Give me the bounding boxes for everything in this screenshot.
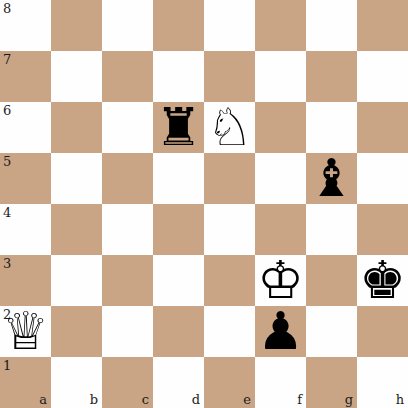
file-label-b: b xyxy=(90,393,98,406)
rank-label-1: 1 xyxy=(3,359,11,372)
square-f8[interactable] xyxy=(255,0,306,51)
chess-board: 876♜♘5♝43♔♚2♕♟1abcdefgh xyxy=(0,0,408,408)
square-g7[interactable] xyxy=(306,51,357,102)
square-d2[interactable] xyxy=(153,306,204,357)
square-a1[interactable]: 1a xyxy=(0,357,51,408)
square-e8[interactable] xyxy=(204,0,255,51)
rank-label-4: 4 xyxy=(3,206,11,219)
square-c5[interactable] xyxy=(102,153,153,204)
square-h3[interactable]: ♚ xyxy=(357,255,408,306)
square-d5[interactable] xyxy=(153,153,204,204)
square-b5[interactable] xyxy=(51,153,102,204)
square-f7[interactable] xyxy=(255,51,306,102)
square-e4[interactable] xyxy=(204,204,255,255)
square-d4[interactable] xyxy=(153,204,204,255)
square-h6[interactable] xyxy=(357,102,408,153)
rank-label-8: 8 xyxy=(3,2,11,15)
square-b6[interactable] xyxy=(51,102,102,153)
square-f2[interactable]: ♟ xyxy=(255,306,306,357)
square-g5[interactable]: ♝ xyxy=(306,153,357,204)
piece-white-knight-e6[interactable]: ♘ xyxy=(204,102,255,153)
square-c3[interactable] xyxy=(102,255,153,306)
square-e5[interactable] xyxy=(204,153,255,204)
piece-white-queen-a2[interactable]: ♕ xyxy=(0,306,51,357)
square-f3[interactable]: ♔ xyxy=(255,255,306,306)
square-a4[interactable]: 4 xyxy=(0,204,51,255)
square-d3[interactable] xyxy=(153,255,204,306)
square-c7[interactable] xyxy=(102,51,153,102)
rank-label-5: 5 xyxy=(3,155,11,168)
square-g2[interactable] xyxy=(306,306,357,357)
square-d8[interactable] xyxy=(153,0,204,51)
file-label-d: d xyxy=(192,393,200,406)
square-a6[interactable]: 6 xyxy=(0,102,51,153)
square-h8[interactable] xyxy=(357,0,408,51)
square-c2[interactable] xyxy=(102,306,153,357)
square-f5[interactable] xyxy=(255,153,306,204)
square-a7[interactable]: 7 xyxy=(0,51,51,102)
square-c1[interactable]: c xyxy=(102,357,153,408)
rank-label-3: 3 xyxy=(3,257,11,270)
piece-black-king-h3[interactable]: ♚ xyxy=(357,255,408,306)
square-e2[interactable] xyxy=(204,306,255,357)
square-d7[interactable] xyxy=(153,51,204,102)
square-a3[interactable]: 3 xyxy=(0,255,51,306)
square-b1[interactable]: b xyxy=(51,357,102,408)
square-h5[interactable] xyxy=(357,153,408,204)
piece-black-pawn-f2[interactable]: ♟ xyxy=(255,306,306,357)
square-d6[interactable]: ♜ xyxy=(153,102,204,153)
file-label-g: g xyxy=(345,393,353,406)
square-c8[interactable] xyxy=(102,0,153,51)
square-b4[interactable] xyxy=(51,204,102,255)
chess-diagram: 876♜♘5♝43♔♚2♕♟1abcdefgh xyxy=(0,0,408,408)
square-c6[interactable] xyxy=(102,102,153,153)
rank-label-6: 6 xyxy=(3,104,11,117)
square-a2[interactable]: 2♕ xyxy=(0,306,51,357)
square-e3[interactable] xyxy=(204,255,255,306)
file-label-a: a xyxy=(39,393,47,406)
file-label-c: c xyxy=(142,393,149,406)
square-e6[interactable]: ♘ xyxy=(204,102,255,153)
square-g8[interactable] xyxy=(306,0,357,51)
square-g3[interactable] xyxy=(306,255,357,306)
square-d1[interactable]: d xyxy=(153,357,204,408)
square-h7[interactable] xyxy=(357,51,408,102)
file-label-e: e xyxy=(243,393,251,406)
square-f1[interactable]: f xyxy=(255,357,306,408)
file-label-h: h xyxy=(396,393,404,406)
square-b2[interactable] xyxy=(51,306,102,357)
square-e7[interactable] xyxy=(204,51,255,102)
square-g1[interactable]: g xyxy=(306,357,357,408)
square-b3[interactable] xyxy=(51,255,102,306)
square-a8[interactable]: 8 xyxy=(0,0,51,51)
file-label-f: f xyxy=(297,393,302,406)
piece-black-bishop-g5[interactable]: ♝ xyxy=(306,153,357,204)
square-b7[interactable] xyxy=(51,51,102,102)
square-g6[interactable] xyxy=(306,102,357,153)
rank-label-7: 7 xyxy=(3,53,11,66)
square-h4[interactable] xyxy=(357,204,408,255)
square-b8[interactable] xyxy=(51,0,102,51)
square-h1[interactable]: h xyxy=(357,357,408,408)
square-e1[interactable]: e xyxy=(204,357,255,408)
piece-black-rook-d6[interactable]: ♜ xyxy=(153,102,204,153)
square-f4[interactable] xyxy=(255,204,306,255)
square-h2[interactable] xyxy=(357,306,408,357)
square-f6[interactable] xyxy=(255,102,306,153)
piece-white-king-f3[interactable]: ♔ xyxy=(255,255,306,306)
square-g4[interactable] xyxy=(306,204,357,255)
square-a5[interactable]: 5 xyxy=(0,153,51,204)
square-c4[interactable] xyxy=(102,204,153,255)
